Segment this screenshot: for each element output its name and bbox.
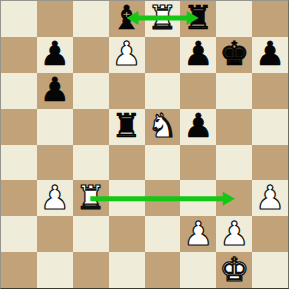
piece-black-rook-d5[interactable]: ♜ (112, 109, 142, 142)
square-h1[interactable] (252, 252, 288, 288)
piece-white-pawn-g2[interactable]: ♟ (219, 217, 249, 250)
square-a1[interactable] (1, 252, 37, 288)
square-g5[interactable] (216, 109, 252, 145)
piece-black-king-g7[interactable]: ♚ (219, 37, 249, 70)
square-d4[interactable] (109, 145, 145, 181)
square-d3[interactable] (109, 180, 145, 216)
square-d7[interactable]: ♟ (109, 37, 145, 73)
piece-black-pawn-f7[interactable]: ♟ (184, 37, 214, 70)
square-g8[interactable] (216, 1, 252, 37)
square-g6[interactable] (216, 73, 252, 109)
square-d2[interactable] (109, 216, 145, 252)
square-a6[interactable] (1, 73, 37, 109)
square-f1[interactable] (180, 252, 216, 288)
square-c5[interactable] (73, 109, 109, 145)
piece-black-pawn-f5[interactable]: ♟ (184, 109, 214, 142)
square-c1[interactable] (73, 252, 109, 288)
square-d5[interactable]: ♜ (109, 109, 145, 145)
piece-black-pawn-h7[interactable]: ♟ (255, 37, 285, 70)
square-f3[interactable] (180, 180, 216, 216)
square-e6[interactable] (145, 73, 181, 109)
piece-black-pawn-b6[interactable]: ♟ (40, 73, 70, 106)
piece-white-rook-e8[interactable]: ♜ (148, 1, 178, 34)
square-b2[interactable] (37, 216, 73, 252)
piece-black-rook-f8[interactable]: ♜ (184, 1, 214, 34)
square-f6[interactable] (180, 73, 216, 109)
square-h4[interactable] (252, 145, 288, 181)
piece-white-rook-c3[interactable]: ♜ (76, 181, 106, 214)
square-e1[interactable] (145, 252, 181, 288)
square-b8[interactable] (37, 1, 73, 37)
square-c3[interactable]: ♜ (73, 180, 109, 216)
square-g4[interactable] (216, 145, 252, 181)
board-squares[interactable]: ♝♜♜♟♟♟♚♟♟♜♞♟♟♜♟♟♟♚ (0, 0, 289, 289)
square-h7[interactable]: ♟ (252, 37, 288, 73)
square-a7[interactable] (1, 37, 37, 73)
square-h2[interactable] (252, 216, 288, 252)
square-g1[interactable]: ♚ (216, 252, 252, 288)
piece-white-pawn-d7[interactable]: ♟ (112, 37, 142, 70)
square-g7[interactable]: ♚ (216, 37, 252, 73)
square-f2[interactable]: ♟ (180, 216, 216, 252)
square-b3[interactable]: ♟ (37, 180, 73, 216)
piece-black-pawn-b7[interactable]: ♟ (40, 37, 70, 70)
square-c6[interactable] (73, 73, 109, 109)
square-e2[interactable] (145, 216, 181, 252)
square-e7[interactable] (145, 37, 181, 73)
square-a4[interactable] (1, 145, 37, 181)
piece-black-bishop-d8[interactable]: ♝ (112, 1, 142, 34)
square-d6[interactable] (109, 73, 145, 109)
square-g2[interactable]: ♟ (216, 216, 252, 252)
square-a8[interactable] (1, 1, 37, 37)
square-c7[interactable] (73, 37, 109, 73)
square-b7[interactable]: ♟ (37, 37, 73, 73)
square-e3[interactable] (145, 180, 181, 216)
square-f4[interactable] (180, 145, 216, 181)
square-e4[interactable] (145, 145, 181, 181)
square-f7[interactable]: ♟ (180, 37, 216, 73)
square-e8[interactable]: ♜ (145, 1, 181, 37)
square-h8[interactable] (252, 1, 288, 37)
piece-white-king-g1[interactable]: ♚ (219, 253, 249, 286)
square-h5[interactable] (252, 109, 288, 145)
square-f8[interactable]: ♜ (180, 1, 216, 37)
square-a5[interactable] (1, 109, 37, 145)
piece-white-pawn-f2[interactable]: ♟ (184, 217, 214, 250)
square-e5[interactable]: ♞ (145, 109, 181, 145)
square-h6[interactable] (252, 73, 288, 109)
square-g3[interactable] (216, 180, 252, 216)
square-c2[interactable] (73, 216, 109, 252)
square-f5[interactable]: ♟ (180, 109, 216, 145)
piece-white-pawn-h3[interactable]: ♟ (255, 181, 285, 214)
square-d1[interactable] (109, 252, 145, 288)
square-b6[interactable]: ♟ (37, 73, 73, 109)
square-a2[interactable] (1, 216, 37, 252)
square-d8[interactable]: ♝ (109, 1, 145, 37)
piece-white-knight-e5[interactable]: ♞ (148, 109, 178, 142)
square-b1[interactable] (37, 252, 73, 288)
piece-white-pawn-b3[interactable]: ♟ (40, 181, 70, 214)
square-c8[interactable] (73, 1, 109, 37)
square-b5[interactable] (37, 109, 73, 145)
square-h3[interactable]: ♟ (252, 180, 288, 216)
square-c4[interactable] (73, 145, 109, 181)
square-b4[interactable] (37, 145, 73, 181)
chess-board[interactable]: ♝♜♜♟♟♟♚♟♟♜♞♟♟♜♟♟♟♚ (0, 0, 289, 289)
square-a3[interactable] (1, 180, 37, 216)
